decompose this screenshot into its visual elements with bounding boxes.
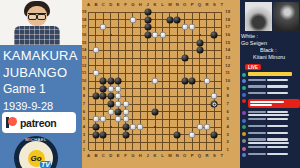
coord-letter-bottom: Q: [198, 154, 201, 158]
black-stone-Q14: [196, 47, 203, 54]
white-stone-K10: [152, 78, 159, 85]
last-move-marker: [212, 102, 216, 106]
black-stone-B8: [92, 93, 99, 100]
coord-letter-bottom: J: [147, 154, 149, 158]
white-stone-R4: [203, 124, 210, 131]
player-photos: [245, 2, 300, 31]
coord-letter-top: R: [205, 3, 208, 7]
coord-number-right: 6: [227, 110, 229, 114]
chat-message: [242, 132, 300, 137]
white-stone-E8: [115, 93, 122, 100]
chat-avatar: [242, 93, 246, 97]
grid-line-v: [177, 12, 178, 150]
white-stone-D9: [107, 85, 114, 92]
white-stone-F7: [122, 101, 129, 108]
coord-letter-top: M: [168, 3, 172, 7]
white-stone-B5: [92, 116, 99, 123]
coord-letter-bottom: G: [131, 154, 134, 158]
chat-avatar: [242, 147, 246, 151]
coord-letter-bottom: T: [220, 154, 223, 158]
white-stone-F5: [122, 116, 129, 123]
star-point: [199, 80, 201, 82]
black-stone-E10: [115, 78, 122, 85]
patreon-link[interactable]: patreon: [2, 112, 76, 133]
white-stone-B11: [92, 70, 99, 77]
gotv-tv-badge: TV: [40, 161, 51, 168]
gotv-logo: MICHAEL Go TV REDMOND: [14, 136, 58, 168]
black-player-name: Kitani Minoru: [253, 54, 285, 60]
chat-avatar: [242, 132, 246, 136]
coord-number-left: 18: [82, 18, 87, 22]
coord-number-left: 4: [83, 125, 85, 129]
coord-letter-bottom: R: [205, 154, 208, 158]
coord-number-left: 12: [82, 64, 87, 68]
coord-number-right: 18: [225, 18, 230, 22]
black-stone-D10: [107, 78, 114, 85]
coord-number-right: 8: [227, 94, 229, 98]
black-stone-F4: [122, 124, 129, 131]
coord-number-right: 2: [227, 140, 229, 144]
white-stone-G4: [129, 124, 136, 131]
stream-thumbnail: AA1919BB1818CC1717DD1616EE1515FF1414GG13…: [0, 0, 300, 168]
chat-message: [242, 153, 300, 158]
chat-avatar: [242, 153, 246, 157]
coord-letter-bottom: K: [154, 154, 157, 158]
black-stone-B4: [92, 124, 99, 131]
coord-letter-bottom: F: [124, 154, 127, 158]
coord-letter-top: K: [154, 3, 157, 7]
grid-line-v: [221, 12, 222, 150]
coord-letter-top: P: [191, 3, 194, 7]
coord-number-right: 17: [225, 25, 230, 29]
live-chat[interactable]: [242, 72, 300, 159]
black-stone-Q15: [196, 39, 203, 46]
coord-number-right: 19: [225, 10, 230, 14]
coord-number-right: 7: [227, 102, 229, 106]
chat-message: [242, 99, 300, 109]
coord-letter-top: C: [102, 3, 105, 7]
chat-message: [242, 118, 300, 123]
star-point: [110, 126, 112, 128]
coord-letter-top: J: [147, 3, 149, 7]
coord-number-left: 10: [82, 79, 87, 83]
coord-number-right: 12: [225, 64, 230, 68]
coord-number-left: 14: [82, 48, 87, 52]
white-stone-Q4: [196, 124, 203, 131]
black-stone-K6: [152, 108, 159, 115]
chat-message: [242, 125, 300, 130]
coord-letter-top: D: [109, 3, 112, 7]
coord-letter-bottom: A: [87, 154, 90, 158]
white-stone-S8: [211, 93, 218, 100]
coord-number-left: 2: [83, 140, 85, 144]
coord-letter-top: B: [94, 3, 97, 7]
chat-avatar: [242, 119, 246, 123]
chat-avatar: [242, 73, 246, 77]
coord-number-left: 6: [83, 110, 85, 114]
coord-letter-top: E: [117, 3, 120, 7]
left-column: KAMAKURA JUBANGO Game 1 1939-9-28 patreo…: [0, 0, 82, 168]
chat-message: [242, 72, 300, 77]
chat-message: [242, 85, 300, 90]
coord-number-right: 11: [225, 71, 229, 75]
coord-number-right: 3: [227, 133, 229, 137]
chat-message: [242, 111, 300, 117]
white-stone-H4: [137, 124, 144, 131]
grid-line-v: [169, 12, 170, 150]
event-subtitle: JUBANGO: [3, 65, 82, 80]
coord-letter-bottom: O: [183, 154, 186, 158]
white-stone-K16: [152, 32, 159, 39]
patreon-label: patreon: [20, 117, 56, 129]
host-photo: [0, 0, 82, 45]
coord-number-left: 13: [82, 56, 87, 60]
white-stone-L16: [159, 32, 166, 39]
coord-letter-bottom: E: [117, 154, 120, 158]
host-shirt: [14, 26, 60, 45]
coord-letter-bottom: C: [102, 154, 105, 158]
chat-avatar: [242, 99, 246, 103]
coord-letter-top: G: [131, 3, 134, 7]
coord-letter-bottom: M: [168, 154, 172, 158]
coord-number-left: 7: [83, 102, 85, 106]
coord-number-right: 15: [225, 41, 230, 45]
black-stone-D8: [107, 93, 114, 100]
white-label: White :: [241, 33, 258, 39]
black-stone-N3: [174, 131, 181, 138]
black-stone-E6: [115, 108, 122, 115]
black-stone-O13: [181, 55, 188, 62]
black-stone-O10: [181, 78, 188, 85]
glasses-icon: [28, 13, 46, 19]
coord-number-right: 4: [227, 125, 229, 129]
white-stone-C17: [100, 24, 107, 31]
chat-message: [242, 138, 300, 144]
coord-letter-top: Q: [198, 3, 201, 7]
coord-number-left: 11: [82, 71, 86, 75]
game-date: 1939-9-28: [3, 100, 82, 112]
grid-line-h: [89, 134, 222, 135]
black-stone-C3: [100, 131, 107, 138]
coord-letter-top: N: [176, 3, 179, 7]
white-stone-E5: [115, 116, 122, 123]
star-point: [154, 126, 156, 128]
white-stone-G18: [129, 16, 136, 23]
white-stone-R10: [203, 78, 210, 85]
info-panel: White : Go Seigen Black : Kitani Minoru …: [240, 0, 300, 168]
black-stone-D7: [107, 101, 114, 108]
coord-number-left: 1: [83, 148, 85, 152]
chat-avatar: [242, 86, 246, 90]
coord-letter-bottom: S: [213, 154, 216, 158]
white-stone-D6: [107, 108, 114, 115]
game-number: Game 1: [3, 82, 82, 96]
grid-line-h: [89, 119, 222, 120]
white-stone-E9: [115, 85, 122, 92]
coord-number-right: 10: [225, 79, 230, 83]
white-stone-P17: [189, 24, 196, 31]
coord-number-left: 15: [82, 41, 87, 45]
title-panel: KAMAKURA JUBANGO Game 1 1939-9-28 patreo…: [0, 45, 82, 168]
grid-line-h: [89, 150, 222, 151]
coord-letter-top: F: [124, 3, 127, 7]
coord-number-left: 3: [83, 133, 85, 137]
coord-letter-top: S: [213, 3, 216, 7]
photo-go-seigen: [273, 2, 300, 31]
black-stone-J18: [144, 16, 151, 23]
star-point: [110, 34, 112, 36]
chat-avatar: [242, 139, 246, 143]
star-point: [199, 34, 201, 36]
coord-letter-top: H: [139, 3, 142, 7]
coord-letter-top: O: [183, 3, 186, 7]
chat-message: [242, 79, 300, 84]
coord-number-right: 13: [225, 56, 230, 60]
go-board[interactable]: AA1919BB1818CC1717DD1616EE1515FF1414GG13…: [80, 0, 242, 168]
white-stone-B14: [92, 47, 99, 54]
black-stone-J16: [144, 32, 151, 39]
black-stone-C8: [100, 93, 107, 100]
coord-number-left: 17: [82, 25, 87, 29]
black-stone-B3: [92, 131, 99, 138]
black-stone-M18: [166, 16, 173, 23]
black-stone-F3: [122, 131, 129, 138]
coord-letter-bottom: D: [109, 154, 112, 158]
white-stone-E7: [115, 101, 122, 108]
coord-number-right: 1: [227, 148, 229, 152]
black-stone-C10: [100, 78, 107, 85]
black-stone-N18: [174, 16, 181, 23]
live-badge[interactable]: LIVE: [245, 64, 261, 70]
black-stone-C9: [100, 85, 107, 92]
coord-letter-top: T: [220, 3, 223, 7]
patreon-icon: [6, 117, 17, 128]
coord-number-left: 8: [83, 94, 85, 98]
white-stone-F6: [122, 108, 129, 115]
coord-number-left: 5: [83, 117, 85, 121]
coord-number-right: 5: [227, 117, 229, 121]
black-stone-S16: [211, 32, 218, 39]
coord-number-left: 16: [82, 33, 87, 37]
black-stone-S7: [211, 101, 218, 108]
chat-avatar: [242, 125, 246, 129]
coord-letter-bottom: B: [94, 154, 97, 158]
coord-number-right: 16: [225, 33, 230, 37]
black-stone-J19: [144, 9, 151, 16]
chat-message: [242, 92, 300, 97]
black-label: Black :: [260, 47, 277, 53]
photo-kitani: [245, 2, 272, 31]
white-player-name: Go Seigen: [241, 40, 267, 46]
coord-letter-top: A: [87, 3, 90, 7]
white-stone-P3: [189, 131, 196, 138]
coord-number-right: 14: [225, 48, 230, 52]
coord-letter-bottom: N: [176, 154, 179, 158]
black-stone-P10: [189, 78, 196, 85]
black-stone-J17: [144, 24, 151, 31]
coord-letter-top: L: [161, 3, 164, 7]
grid-line-h: [89, 142, 222, 143]
coord-letter-bottom: P: [191, 154, 194, 158]
chat-message: [242, 146, 300, 151]
chat-avatar: [242, 79, 246, 83]
event-title: KAMAKURA: [3, 48, 82, 63]
coord-number-left: 9: [83, 87, 85, 91]
coord-letter-bottom: H: [139, 154, 142, 158]
coord-number-left: 19: [82, 10, 87, 14]
coord-number-right: 9: [227, 87, 229, 91]
coord-letter-bottom: L: [161, 154, 164, 158]
white-stone-C5: [100, 116, 107, 123]
white-stone-O17: [181, 24, 188, 31]
chat-avatar: [242, 111, 246, 115]
black-stone-S3: [211, 131, 218, 138]
superchat-message: [248, 99, 300, 109]
